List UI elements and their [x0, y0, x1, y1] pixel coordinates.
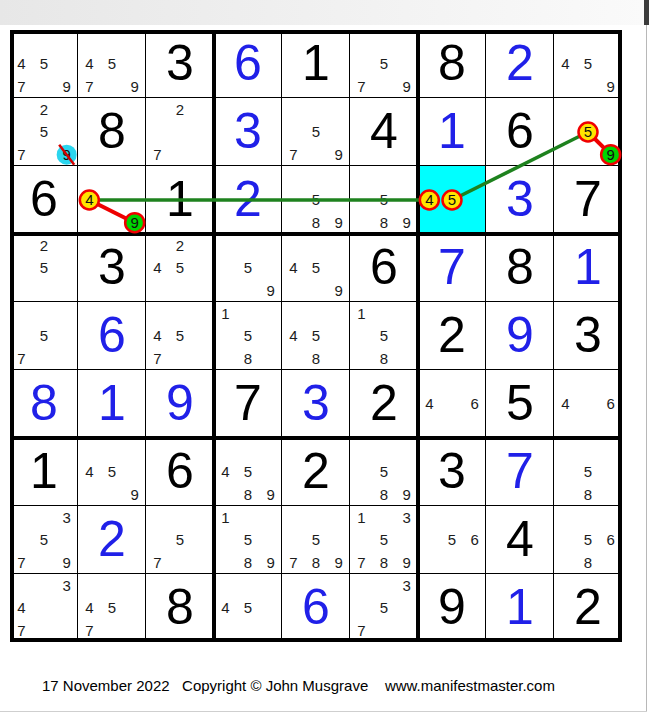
cell-r6c3[interactable]: 9: [146, 370, 214, 438]
cell-r1c2[interactable]: 4579: [78, 30, 146, 98]
pencil-marks: 459: [78, 438, 146, 506]
cell-r1c4[interactable]: 6: [214, 30, 282, 98]
sudoku-grid: 4579457936157982459257827357941661258958…: [10, 30, 622, 642]
cell-r8c5[interactable]: 5789: [282, 506, 350, 574]
solved-digit: 3: [282, 370, 350, 438]
given-digit: 8: [78, 98, 146, 166]
given-digit: 4: [350, 98, 418, 166]
window-right-edge: [646, 25, 647, 712]
cell-r5c1[interactable]: 57: [10, 302, 78, 370]
cell-r4c7[interactable]: 7: [418, 234, 486, 302]
pencil-marks: 458: [282, 302, 350, 370]
cell-r5c8[interactable]: 9: [486, 302, 554, 370]
solved-digit: 1: [554, 234, 622, 302]
cell-r7c5[interactable]: 2: [282, 438, 350, 506]
pencil-marks: [78, 166, 146, 234]
cell-r6c2[interactable]: 1: [78, 370, 146, 438]
solved-digit: 2: [486, 30, 554, 98]
pencil-marks: [554, 98, 622, 166]
cell-r4c8[interactable]: 8: [486, 234, 554, 302]
cell-r2c8[interactable]: 6: [486, 98, 554, 166]
cell-r8c6[interactable]: 135789: [350, 506, 418, 574]
footer-caption: 17 November 2022 Copyright © John Musgra…: [42, 677, 555, 694]
given-digit: 7: [554, 166, 622, 234]
cell-r3c1[interactable]: 6: [10, 166, 78, 234]
pencil-marks: 59: [214, 234, 282, 302]
cell-r7c4[interactable]: 4589: [214, 438, 282, 506]
cell-r9c4[interactable]: 45: [214, 574, 282, 642]
pencil-marks: 25: [10, 234, 78, 302]
solved-digit: 8: [10, 370, 78, 438]
pencil-marks: 45: [214, 574, 282, 642]
cell-r9c9[interactable]: 2: [554, 574, 622, 642]
cell-r2c5[interactable]: 579: [282, 98, 350, 166]
cell-r1c3[interactable]: 3: [146, 30, 214, 98]
sudoku-board: 4579457936157982459257827357941661258958…: [10, 30, 622, 642]
solved-digit: 2: [214, 166, 282, 234]
pencil-marks: 347: [10, 574, 78, 642]
pencil-marks: 4579: [78, 30, 146, 98]
solved-digit: 1: [78, 370, 146, 438]
pencil-marks: 459: [554, 30, 622, 98]
pencil-marks: 579: [282, 98, 350, 166]
cell-r9c3[interactable]: 8: [146, 574, 214, 642]
cell-r3c9[interactable]: 7: [554, 166, 622, 234]
cell-r3c8[interactable]: 3: [486, 166, 554, 234]
solved-digit: 6: [78, 302, 146, 370]
given-digit: 3: [146, 30, 214, 98]
given-digit: 2: [554, 574, 622, 642]
pencil-marks: 58: [554, 438, 622, 506]
cell-r6c8[interactable]: 5: [486, 370, 554, 438]
cell-r1c1[interactable]: 4579: [10, 30, 78, 98]
cell-r2c2[interactable]: 8: [78, 98, 146, 166]
solved-digit: 3: [214, 98, 282, 166]
cell-r7c6[interactable]: 589: [350, 438, 418, 506]
window-title-band: [0, 0, 644, 25]
cell-r9c5[interactable]: 6: [282, 574, 350, 642]
cell-r2c7[interactable]: 1: [418, 98, 486, 166]
given-digit: 8: [486, 234, 554, 302]
given-digit: 4: [486, 506, 554, 574]
cell-r4c3[interactable]: 245: [146, 234, 214, 302]
cell-r5c7[interactable]: 2: [418, 302, 486, 370]
cell-r6c5[interactable]: 3: [282, 370, 350, 438]
cell-r4c2[interactable]: 3: [78, 234, 146, 302]
given-digit: 3: [78, 234, 146, 302]
cell-r1c7[interactable]: 8: [418, 30, 486, 98]
given-digit: 3: [418, 438, 486, 506]
pencil-marks: 27: [146, 98, 214, 166]
pencil-marks: 4589: [214, 438, 282, 506]
pencil-marks: 579: [350, 30, 418, 98]
cell-r3c7[interactable]: [418, 166, 486, 234]
solved-digit: 7: [418, 234, 486, 302]
cell-r5c6[interactable]: 158: [350, 302, 418, 370]
given-digit: 6: [146, 438, 214, 506]
cell-r8c1[interactable]: 3579: [10, 506, 78, 574]
pencil-marks: 5789: [282, 506, 350, 574]
cell-r6c7[interactable]: 46: [418, 370, 486, 438]
cell-r9c8[interactable]: 1: [486, 574, 554, 642]
cell-r1c9[interactable]: 459: [554, 30, 622, 98]
pencil-marks: 4579: [10, 30, 78, 98]
cell-r7c1[interactable]: 1: [10, 438, 78, 506]
cell-r2c9[interactable]: [554, 98, 622, 166]
cell-r7c3[interactable]: 6: [146, 438, 214, 506]
given-digit: 2: [418, 302, 486, 370]
cell-r3c2[interactable]: [78, 166, 146, 234]
pencil-marks: 158: [350, 302, 418, 370]
cell-r9c2[interactable]: 457: [78, 574, 146, 642]
cell-r7c9[interactable]: 58: [554, 438, 622, 506]
pencil-marks: 457: [146, 302, 214, 370]
pencil-marks: 245: [146, 234, 214, 302]
cell-r7c8[interactable]: 7: [486, 438, 554, 506]
solved-digit: 1: [486, 574, 554, 642]
given-digit: 1: [146, 166, 214, 234]
cell-r2c6[interactable]: 4: [350, 98, 418, 166]
pencil-marks: 46: [418, 370, 486, 438]
given-digit: 6: [10, 166, 78, 234]
cell-r1c8[interactable]: 2: [486, 30, 554, 98]
given-digit: 3: [554, 302, 622, 370]
solved-digit: 3: [486, 166, 554, 234]
given-digit: 9: [418, 574, 486, 642]
cell-r6c6[interactable]: 2: [350, 370, 418, 438]
cell-r5c2[interactable]: 6: [78, 302, 146, 370]
cell-r4c4[interactable]: 59: [214, 234, 282, 302]
window-title-band-edge: [644, 0, 649, 25]
cell-r8c7[interactable]: 56: [418, 506, 486, 574]
cell-r7c2[interactable]: 459: [78, 438, 146, 506]
solved-digit: 6: [214, 30, 282, 98]
cell-r4c5[interactable]: 459: [282, 234, 350, 302]
pencil-marks: 158: [214, 302, 282, 370]
cell-r5c9[interactable]: 3: [554, 302, 622, 370]
given-digit: 6: [486, 98, 554, 166]
cell-r9c7[interactable]: 9: [418, 574, 486, 642]
given-digit: 5: [486, 370, 554, 438]
pencil-marks: 57: [146, 506, 214, 574]
cell-r1c6[interactable]: 579: [350, 30, 418, 98]
cell-r5c5[interactable]: 458: [282, 302, 350, 370]
cell-r4c6[interactable]: 6: [350, 234, 418, 302]
pencil-marks: 457: [78, 574, 146, 642]
cell-r8c9[interactable]: 568: [554, 506, 622, 574]
cell-r8c4[interactable]: 1589: [214, 506, 282, 574]
cell-r4c1[interactable]: 25: [10, 234, 78, 302]
given-digit: 8: [418, 30, 486, 98]
cell-r2c3[interactable]: 27: [146, 98, 214, 166]
given-digit: 1: [282, 30, 350, 98]
pencil-marks: 257: [10, 98, 78, 166]
cell-r8c2[interactable]: 2: [78, 506, 146, 574]
given-digit: 8: [146, 574, 214, 642]
pencil-marks: 57: [10, 302, 78, 370]
cell-r5c3[interactable]: 457: [146, 302, 214, 370]
window-bottom-edge: [0, 711, 647, 712]
pencil-marks: 589: [350, 166, 418, 234]
solved-digit: 6: [282, 574, 350, 642]
pencil-marks: 56: [418, 506, 486, 574]
cell-r2c1[interactable]: 257: [10, 98, 78, 166]
pencil-marks: 1589: [214, 506, 282, 574]
cell-r9c6[interactable]: 357: [350, 574, 418, 642]
pencil-marks: 3579: [10, 506, 78, 574]
pencil-marks: 589: [282, 166, 350, 234]
cell-r1c5[interactable]: 1: [282, 30, 350, 98]
solved-digit: 2: [78, 506, 146, 574]
given-digit: 2: [282, 438, 350, 506]
cell-r5c4[interactable]: 158: [214, 302, 282, 370]
pencil-marks: 459: [282, 234, 350, 302]
cell-r6c1[interactable]: 8: [10, 370, 78, 438]
cell-r3c5[interactable]: 589: [282, 166, 350, 234]
cell-r2c4[interactable]: 3: [214, 98, 282, 166]
solved-digit: 9: [486, 302, 554, 370]
pencil-marks: 46: [554, 370, 622, 438]
cell-r4c9[interactable]: 1: [554, 234, 622, 302]
pencil-marks: [418, 166, 486, 234]
cell-r7c7[interactable]: 3: [418, 438, 486, 506]
cell-r8c8[interactable]: 4: [486, 506, 554, 574]
pencil-marks: 135789: [350, 506, 418, 574]
cell-r6c4[interactable]: 7: [214, 370, 282, 438]
cell-r8c3[interactable]: 57: [146, 506, 214, 574]
cell-r3c6[interactable]: 589: [350, 166, 418, 234]
cell-r6c9[interactable]: 46: [554, 370, 622, 438]
cell-r9c1[interactable]: 347: [10, 574, 78, 642]
given-digit: 1: [10, 438, 78, 506]
solved-digit: 9: [146, 370, 214, 438]
cell-r3c3[interactable]: 1: [146, 166, 214, 234]
solved-digit: 1: [418, 98, 486, 166]
given-digit: 6: [350, 234, 418, 302]
given-digit: 2: [350, 370, 418, 438]
pencil-marks: 357: [350, 574, 418, 642]
cell-r3c4[interactable]: 2: [214, 166, 282, 234]
solved-digit: 7: [486, 438, 554, 506]
pencil-marks: 568: [554, 506, 622, 574]
given-digit: 7: [214, 370, 282, 438]
pencil-marks: 589: [350, 438, 418, 506]
